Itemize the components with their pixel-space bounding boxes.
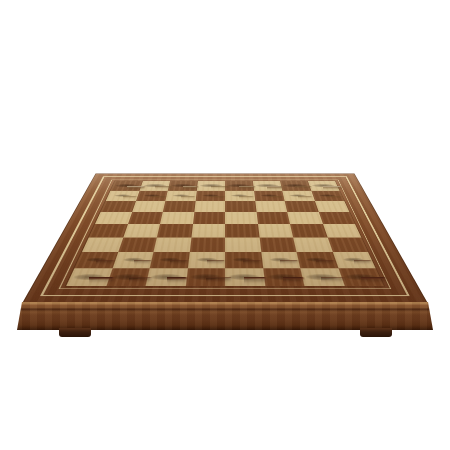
board-foot-left [59, 328, 91, 337]
board-perspective: ♜♞♝♚♛♝♞♜♟♟♟♟♟♟♟♟♟♟♟♟♟♟♟♟♜♞♝♚♛♝♞♜ [0, 0, 450, 450]
chess-board: ♜♞♝♚♛♝♞♜♟♟♟♟♟♟♟♟♟♟♟♟♟♟♟♟♜♞♝♚♛♝♞♜ [22, 173, 428, 303]
board-foot-right [360, 328, 392, 337]
board-apron [0, 302, 450, 330]
chess-set-photo: ♜♞♝♚♛♝♞♜♟♟♟♟♟♟♟♟♟♟♟♟♟♟♟♟♜♞♝♚♛♝♞♜ [0, 0, 450, 450]
